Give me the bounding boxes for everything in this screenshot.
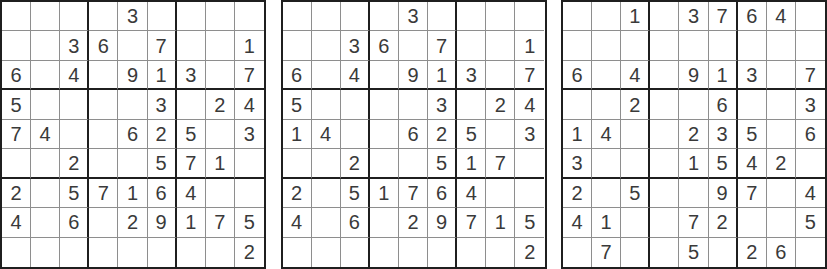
puzzle-2-cell-r2c6[interactable]: 7 xyxy=(428,31,457,60)
puzzle-1-cell-r9c1[interactable] xyxy=(2,238,31,267)
puzzle-3-cell-r4c4[interactable] xyxy=(650,90,679,119)
puzzle-2-cell-r6c8[interactable]: 7 xyxy=(486,149,515,178)
puzzle-2-cell-r7c2[interactable] xyxy=(312,179,341,208)
puzzle-1-cell-r7c7[interactable]: 4 xyxy=(177,179,206,208)
puzzle-1-cell-r3c4[interactable] xyxy=(89,61,118,90)
puzzle-3-cell-r9c6[interactable] xyxy=(709,238,738,267)
puzzle-2-cell-r1c1[interactable] xyxy=(283,2,312,31)
puzzle-3-cell-r4c2[interactable] xyxy=(592,90,621,119)
puzzle-1-cell-r4c1[interactable]: 5 xyxy=(2,90,31,119)
puzzle-3-cell-r1c2[interactable] xyxy=(592,2,621,31)
puzzle-2-cell-r7c4[interactable]: 1 xyxy=(370,179,399,208)
puzzle-2-cell-r1c2[interactable] xyxy=(312,2,341,31)
puzzle-3-cell-r4c6[interactable]: 6 xyxy=(709,90,738,119)
puzzle-3-cell-r1c6[interactable]: 7 xyxy=(709,2,738,31)
puzzle-2-cell-r3c4[interactable] xyxy=(370,61,399,90)
puzzle-1-cell-r4c9[interactable]: 4 xyxy=(235,90,264,119)
puzzle-2-cell-r4c7[interactable] xyxy=(457,90,486,119)
puzzle-1-cell-r1c8[interactable] xyxy=(206,2,235,31)
puzzle-3-cell-r6c7[interactable]: 4 xyxy=(738,149,767,178)
puzzle-3-cell-r8c8[interactable] xyxy=(767,208,796,237)
puzzle-2-cell-r5c6[interactable]: 2 xyxy=(428,120,457,149)
puzzle-2-cell-r9c7[interactable] xyxy=(457,238,486,267)
puzzle-1-cell-r2c4[interactable]: 6 xyxy=(89,31,118,60)
puzzle-3-cell-r2c1[interactable] xyxy=(563,31,592,60)
puzzle-3-cell-r8c7[interactable] xyxy=(738,208,767,237)
puzzle-3-cell-r7c7[interactable]: 7 xyxy=(738,179,767,208)
puzzle-3-cell-r1c5[interactable]: 3 xyxy=(679,2,708,31)
puzzle-3-cell-r3c3[interactable]: 4 xyxy=(621,61,650,90)
puzzle-3-cell-r6c9[interactable] xyxy=(796,149,825,178)
puzzle-1-cell-r7c8[interactable] xyxy=(206,179,235,208)
puzzle-1-cell-r9c4[interactable] xyxy=(89,238,118,267)
puzzle-1-cell-r6c5[interactable] xyxy=(118,149,147,178)
puzzle-3-cell-r4c7[interactable] xyxy=(738,90,767,119)
puzzle-3-cell-r8c2[interactable]: 1 xyxy=(592,208,621,237)
puzzle-3-cell-r3c5[interactable]: 9 xyxy=(679,61,708,90)
puzzle-3-cell-r1c3[interactable]: 1 xyxy=(621,2,650,31)
puzzle-1-cell-r5c2[interactable]: 4 xyxy=(31,120,60,149)
puzzle-2-cell-r4c4[interactable] xyxy=(370,90,399,119)
puzzle-3-cell-r5c7[interactable]: 5 xyxy=(738,120,767,149)
puzzle-2-cell-r2c5[interactable] xyxy=(399,31,428,60)
sudoku-board-3: 137646491372631423563154225974417257526 xyxy=(561,0,827,269)
puzzle-2-cell-r6c2[interactable] xyxy=(312,149,341,178)
puzzle-2-cell-r9c4[interactable] xyxy=(370,238,399,267)
puzzle-3-cell-r5c9[interactable]: 6 xyxy=(796,120,825,149)
puzzle-2-cell-r4c8[interactable]: 2 xyxy=(486,90,515,119)
puzzle-3-cell-r5c3[interactable] xyxy=(621,120,650,149)
puzzle-3-cell-r9c8[interactable]: 6 xyxy=(767,238,796,267)
puzzle-3-cell-r1c8[interactable]: 4 xyxy=(767,2,796,31)
puzzle-1-cell-r1c5[interactable]: 3 xyxy=(118,2,147,31)
puzzle-2-cell-r3c1[interactable]: 6 xyxy=(283,61,312,90)
puzzle-2-cell-r9c5[interactable] xyxy=(399,238,428,267)
puzzle-2-cell-r8c3[interactable]: 6 xyxy=(341,208,370,237)
puzzle-1-cell-r5c6[interactable]: 2 xyxy=(148,120,177,149)
puzzle-2-cell-r3c7[interactable]: 3 xyxy=(457,61,486,90)
puzzle-2-cell-r6c9[interactable] xyxy=(515,149,544,178)
puzzle-1-cell-r1c4[interactable] xyxy=(89,2,118,31)
puzzle-1-cell-r7c6[interactable]: 6 xyxy=(148,179,177,208)
puzzle-1-cell-r7c2[interactable] xyxy=(31,179,60,208)
puzzle-1-cell-r3c3[interactable]: 4 xyxy=(60,61,89,90)
puzzle-1-cell-r6c1[interactable] xyxy=(2,149,31,178)
puzzle-3-cell-r3c1[interactable]: 6 xyxy=(563,61,592,90)
puzzle-2-cell-r9c9[interactable]: 2 xyxy=(515,238,544,267)
puzzle-1-cell-r6c6[interactable]: 5 xyxy=(148,149,177,178)
puzzle-2-cell-r9c6[interactable] xyxy=(428,238,457,267)
puzzle-1-cell-r3c8[interactable] xyxy=(206,61,235,90)
puzzle-1-cell-r5c9[interactable]: 3 xyxy=(235,120,264,149)
puzzle-1-cell-r7c1[interactable]: 2 xyxy=(2,179,31,208)
puzzle-1-cell-r1c2[interactable] xyxy=(31,2,60,31)
puzzle-3-cell-r5c2[interactable]: 4 xyxy=(592,120,621,149)
puzzle-1-cell-r8c4[interactable] xyxy=(89,208,118,237)
puzzle-1-cell-r2c9[interactable]: 1 xyxy=(235,31,264,60)
puzzle-2-cell-r8c2[interactable] xyxy=(312,208,341,237)
puzzle-3-cell-r2c2[interactable] xyxy=(592,31,621,60)
puzzle-3-cell-r1c4[interactable] xyxy=(650,2,679,31)
puzzle-1-cell-r8c6[interactable]: 9 xyxy=(148,208,177,237)
puzzle-2-cell-r7c5[interactable]: 7 xyxy=(399,179,428,208)
puzzle-1-cell-r3c1[interactable]: 6 xyxy=(2,61,31,90)
puzzle-3-cell-r7c3[interactable]: 5 xyxy=(621,179,650,208)
puzzle-1-cell-r8c3[interactable]: 6 xyxy=(60,208,89,237)
puzzle-2-cell-r3c3[interactable]: 4 xyxy=(341,61,370,90)
puzzle-2-cell-r7c3[interactable]: 5 xyxy=(341,179,370,208)
puzzle-2-cell-r9c2[interactable] xyxy=(312,238,341,267)
puzzle-1-cell-r8c9[interactable]: 5 xyxy=(235,208,264,237)
puzzle-1-cell-r6c9[interactable] xyxy=(235,149,264,178)
puzzle-2-cell-r6c5[interactable] xyxy=(399,149,428,178)
puzzle-2-cell-r9c1[interactable] xyxy=(283,238,312,267)
puzzle-3-cell-r1c1[interactable] xyxy=(563,2,592,31)
puzzle-1-cell-r5c5[interactable]: 6 xyxy=(118,120,147,149)
puzzle-3-cell-r7c4[interactable] xyxy=(650,179,679,208)
puzzle-1-cell-r6c2[interactable] xyxy=(31,149,60,178)
puzzle-1-cell-r5c1[interactable]: 7 xyxy=(2,120,31,149)
puzzle-2-cell-r2c9[interactable]: 1 xyxy=(515,31,544,60)
puzzle-2-cell-r5c3[interactable] xyxy=(341,120,370,149)
puzzle-2-cell-r1c7[interactable] xyxy=(457,2,486,31)
puzzle-3-cell-r6c2[interactable] xyxy=(592,149,621,178)
puzzle-1-cell-r6c7[interactable]: 7 xyxy=(177,149,206,178)
puzzle-2-cell-r9c3[interactable] xyxy=(341,238,370,267)
puzzle-2-cell-r3c9[interactable]: 7 xyxy=(515,61,544,90)
puzzle-1-cell-r7c3[interactable]: 5 xyxy=(60,179,89,208)
puzzle-1-cell-r2c1[interactable] xyxy=(2,31,31,60)
puzzle-2-cell-r6c1[interactable] xyxy=(283,149,312,178)
puzzle-1-cell-r9c2[interactable] xyxy=(31,238,60,267)
puzzle-3-cell-r4c8[interactable] xyxy=(767,90,796,119)
puzzle-1-cell-r4c5[interactable] xyxy=(118,90,147,119)
puzzle-3-cell-r9c9[interactable] xyxy=(796,238,825,267)
puzzle-2-cell-r4c1[interactable]: 5 xyxy=(283,90,312,119)
puzzle-2-cell-r6c3[interactable]: 2 xyxy=(341,149,370,178)
puzzle-3-cell-r4c5[interactable] xyxy=(679,90,708,119)
puzzle-1-cell-r4c6[interactable]: 3 xyxy=(148,90,177,119)
puzzle-1-cell-r4c8[interactable]: 2 xyxy=(206,90,235,119)
puzzle-2-cell-r3c5[interactable]: 9 xyxy=(399,61,428,90)
puzzle-3-cell-r2c6[interactable] xyxy=(709,31,738,60)
puzzle-3-cell-r7c5[interactable] xyxy=(679,179,708,208)
puzzle-1-cell-r9c7[interactable] xyxy=(177,238,206,267)
puzzle-3-cell-r2c9[interactable] xyxy=(796,31,825,60)
puzzle-2-cell-r7c8[interactable] xyxy=(486,179,515,208)
puzzle-3-cell-r4c3[interactable]: 2 xyxy=(621,90,650,119)
puzzle-1-cell-r7c5[interactable]: 1 xyxy=(118,179,147,208)
puzzle-1-cell-r9c9[interactable]: 2 xyxy=(235,238,264,267)
puzzle-2-cell-r4c5[interactable] xyxy=(399,90,428,119)
puzzle-2-cell-r7c1[interactable]: 2 xyxy=(283,179,312,208)
puzzle-3-cell-r5c8[interactable] xyxy=(767,120,796,149)
puzzle-3-cell-r4c1[interactable] xyxy=(563,90,592,119)
puzzle-3-cell-r1c7[interactable]: 6 xyxy=(738,2,767,31)
puzzle-2-cell-r5c7[interactable]: 5 xyxy=(457,120,486,149)
puzzle-1-cell-r6c8[interactable]: 1 xyxy=(206,149,235,178)
puzzle-2-cell-r3c2[interactable] xyxy=(312,61,341,90)
puzzle-1-cell-r4c4[interactable] xyxy=(89,90,118,119)
puzzle-3-cell-r7c6[interactable]: 9 xyxy=(709,179,738,208)
puzzle-2-cell-r7c9[interactable] xyxy=(515,179,544,208)
puzzle-1-cell-r5c8[interactable] xyxy=(206,120,235,149)
puzzle-2-cell-r4c9[interactable]: 4 xyxy=(515,90,544,119)
puzzle-1-cell-r3c9[interactable]: 7 xyxy=(235,61,264,90)
puzzle-2-cell-r2c3[interactable]: 3 xyxy=(341,31,370,60)
puzzle-2-cell-r2c8[interactable] xyxy=(486,31,515,60)
puzzle-2-cell-r1c9[interactable] xyxy=(515,2,544,31)
puzzle-3-cell-r3c9[interactable]: 7 xyxy=(796,61,825,90)
puzzle-2-cell-r1c6[interactable] xyxy=(428,2,457,31)
puzzle-3-cell-r6c8[interactable]: 2 xyxy=(767,149,796,178)
puzzle-2-cell-r5c5[interactable]: 6 xyxy=(399,120,428,149)
puzzle-1-cell-r4c3[interactable] xyxy=(60,90,89,119)
puzzle-1-cell-r2c2[interactable] xyxy=(31,31,60,60)
puzzle-3-cell-r3c4[interactable] xyxy=(650,61,679,90)
puzzle-3-cell-r2c8[interactable] xyxy=(767,31,796,60)
puzzle-3-cell-r8c3[interactable] xyxy=(621,208,650,237)
puzzle-2-cell-r5c8[interactable] xyxy=(486,120,515,149)
puzzle-3-cell-r9c5[interactable]: 5 xyxy=(679,238,708,267)
puzzle-1-cell-r3c2[interactable] xyxy=(31,61,60,90)
puzzle-2-cell-r7c7[interactable]: 4 xyxy=(457,179,486,208)
puzzle-1-cell-r9c5[interactable] xyxy=(118,238,147,267)
sudoku-sheet: 336716491375324746253257125716446291752 … xyxy=(0,0,827,269)
puzzle-1-cell-r8c1[interactable]: 4 xyxy=(2,208,31,237)
puzzle-1-cell-r8c7[interactable]: 1 xyxy=(177,208,206,237)
puzzle-3-cell-r2c7[interactable] xyxy=(738,31,767,60)
puzzle-1-cell-r1c9[interactable] xyxy=(235,2,264,31)
puzzle-1-cell-r1c7[interactable] xyxy=(177,2,206,31)
puzzle-1-cell-r8c5[interactable]: 2 xyxy=(118,208,147,237)
puzzle-2-cell-r4c2[interactable] xyxy=(312,90,341,119)
puzzle-1-cell-r9c8[interactable] xyxy=(206,238,235,267)
puzzle-2-cell-r6c6[interactable]: 5 xyxy=(428,149,457,178)
puzzle-2-cell-r4c3[interactable] xyxy=(341,90,370,119)
puzzle-3-cell-r6c4[interactable] xyxy=(650,149,679,178)
puzzle-3-cell-r1c9[interactable] xyxy=(796,2,825,31)
puzzle-2-cell-r8c1[interactable]: 4 xyxy=(283,208,312,237)
puzzle-2-cell-r8c6[interactable]: 9 xyxy=(428,208,457,237)
puzzle-1-cell-r2c8[interactable] xyxy=(206,31,235,60)
puzzle-1-cell-r3c7[interactable]: 3 xyxy=(177,61,206,90)
puzzle-1-cell-r3c5[interactable]: 9 xyxy=(118,61,147,90)
puzzle-2-cell-r1c5[interactable]: 3 xyxy=(399,2,428,31)
puzzle-1-cell-r9c3[interactable] xyxy=(60,238,89,267)
puzzle-3-cell-r2c5[interactable] xyxy=(679,31,708,60)
puzzle-3-cell-r9c1[interactable] xyxy=(563,238,592,267)
puzzle-2-cell-r2c1[interactable] xyxy=(283,31,312,60)
puzzle-1-cell-r2c5[interactable] xyxy=(118,31,147,60)
puzzle-1-cell-r2c6[interactable]: 7 xyxy=(148,31,177,60)
puzzle-1-cell-r1c6[interactable] xyxy=(148,2,177,31)
puzzle-3-cell-r7c1[interactable]: 2 xyxy=(563,179,592,208)
puzzle-2-cell-r8c7[interactable]: 7 xyxy=(457,208,486,237)
puzzle-3-cell-r2c3[interactable] xyxy=(621,31,650,60)
puzzle-3-cell-r3c7[interactable]: 3 xyxy=(738,61,767,90)
puzzle-2-cell-r5c4[interactable] xyxy=(370,120,399,149)
puzzle-3-cell-r9c7[interactable]: 2 xyxy=(738,238,767,267)
puzzle-2-cell-r8c8[interactable]: 1 xyxy=(486,208,515,237)
puzzle-1-cell-r5c3[interactable] xyxy=(60,120,89,149)
puzzle-1-cell-r7c4[interactable]: 7 xyxy=(89,179,118,208)
puzzle-3-cell-r5c5[interactable]: 2 xyxy=(679,120,708,149)
puzzle-3-cell-r8c4[interactable] xyxy=(650,208,679,237)
sudoku-board-2: 336716491375324146253251725176446297152 xyxy=(281,0,547,269)
puzzle-3-cell-r6c6[interactable]: 5 xyxy=(709,149,738,178)
puzzle-1-cell-r2c7[interactable] xyxy=(177,31,206,60)
puzzle-1-cell-r5c4[interactable] xyxy=(89,120,118,149)
puzzle-3-cell-r6c1[interactable]: 3 xyxy=(563,149,592,178)
puzzle-1-cell-r8c8[interactable]: 7 xyxy=(206,208,235,237)
puzzle-1-cell-r1c3[interactable] xyxy=(60,2,89,31)
puzzle-2-cell-r1c4[interactable] xyxy=(370,2,399,31)
puzzle-2-cell-r8c5[interactable]: 2 xyxy=(399,208,428,237)
puzzle-3-cell-r5c6[interactable]: 3 xyxy=(709,120,738,149)
puzzle-1-cell-r8c2[interactable] xyxy=(31,208,60,237)
puzzle-2-cell-r5c9[interactable]: 3 xyxy=(515,120,544,149)
puzzle-2-cell-r2c4[interactable]: 6 xyxy=(370,31,399,60)
puzzle-3-cell-r9c4[interactable] xyxy=(650,238,679,267)
puzzle-3-cell-r8c5[interactable]: 7 xyxy=(679,208,708,237)
puzzle-2-cell-r5c2[interactable]: 4 xyxy=(312,120,341,149)
puzzle-3-cell-r3c6[interactable]: 1 xyxy=(709,61,738,90)
sudoku-board-1: 336716491375324746253257125716446291752 xyxy=(0,0,266,269)
puzzle-2-cell-r3c6[interactable]: 1 xyxy=(428,61,457,90)
puzzle-2-cell-r9c8[interactable] xyxy=(486,238,515,267)
puzzle-2-cell-r7c6[interactable]: 6 xyxy=(428,179,457,208)
puzzle-3-cell-r7c8[interactable] xyxy=(767,179,796,208)
puzzle-2-cell-r6c4[interactable] xyxy=(370,149,399,178)
puzzle-1-cell-r9c6[interactable] xyxy=(148,238,177,267)
puzzle-3-cell-r3c8[interactable] xyxy=(767,61,796,90)
puzzle-2-cell-r4c6[interactable]: 3 xyxy=(428,90,457,119)
puzzle-3-cell-r6c5[interactable]: 1 xyxy=(679,149,708,178)
puzzle-1-cell-r3c6[interactable]: 1 xyxy=(148,61,177,90)
puzzle-3-cell-r7c2[interactable] xyxy=(592,179,621,208)
puzzle-3-cell-r5c4[interactable] xyxy=(650,120,679,149)
puzzle-3-cell-r9c2[interactable]: 7 xyxy=(592,238,621,267)
puzzle-2-cell-r2c7[interactable] xyxy=(457,31,486,60)
puzzle-2-cell-r1c3[interactable] xyxy=(341,2,370,31)
puzzle-1-cell-r5c7[interactable]: 5 xyxy=(177,120,206,149)
puzzle-1-cell-r6c4[interactable] xyxy=(89,149,118,178)
puzzle-1-cell-r4c2[interactable] xyxy=(31,90,60,119)
puzzle-2-cell-r6c7[interactable]: 1 xyxy=(457,149,486,178)
puzzle-1-cell-r7c9[interactable] xyxy=(235,179,264,208)
puzzle-3-cell-r6c3[interactable] xyxy=(621,149,650,178)
puzzle-3-cell-r7c9[interactable]: 4 xyxy=(796,179,825,208)
puzzle-3-cell-r8c9[interactable]: 5 xyxy=(796,208,825,237)
puzzle-1-cell-r2c3[interactable]: 3 xyxy=(60,31,89,60)
puzzle-3-cell-r8c6[interactable]: 2 xyxy=(709,208,738,237)
puzzle-3-cell-r5c1[interactable]: 1 xyxy=(563,120,592,149)
puzzle-3-cell-r4c9[interactable]: 3 xyxy=(796,90,825,119)
puzzle-2-cell-r1c8[interactable] xyxy=(486,2,515,31)
puzzle-3-cell-r9c3[interactable] xyxy=(621,238,650,267)
puzzle-1-cell-r4c7[interactable] xyxy=(177,90,206,119)
puzzle-1-cell-r6c3[interactable]: 2 xyxy=(60,149,89,178)
puzzle-2-cell-r5c1[interactable]: 1 xyxy=(283,120,312,149)
puzzle-2-cell-r8c9[interactable]: 5 xyxy=(515,208,544,237)
puzzle-1-cell-r1c1[interactable] xyxy=(2,2,31,31)
puzzle-2-cell-r2c2[interactable] xyxy=(312,31,341,60)
puzzle-2-cell-r3c8[interactable] xyxy=(486,61,515,90)
puzzle-3-cell-r8c1[interactable]: 4 xyxy=(563,208,592,237)
puzzle-3-cell-r2c4[interactable] xyxy=(650,31,679,60)
puzzle-2-cell-r8c4[interactable] xyxy=(370,208,399,237)
puzzle-3-cell-r3c2[interactable] xyxy=(592,61,621,90)
